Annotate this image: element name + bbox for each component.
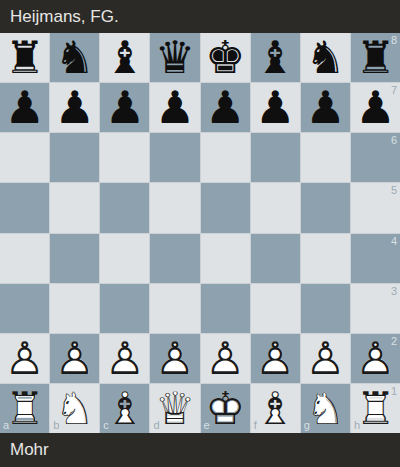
file-label-f: f [254, 420, 257, 431]
square-f3[interactable] [251, 284, 300, 333]
square-g6[interactable] [301, 133, 350, 182]
square-b4[interactable] [50, 234, 99, 283]
square-g3[interactable] [301, 284, 350, 333]
square-e1[interactable]: ♚♔e [201, 384, 250, 433]
bottom-player-name: Mohr [10, 440, 49, 460]
square-c5[interactable] [100, 183, 149, 232]
rank-label-7: 7 [391, 85, 397, 96]
piece-white-pawn[interactable]: ♟♙ [301, 334, 350, 383]
square-b8[interactable]: ♞ [50, 33, 99, 82]
square-h4[interactable]: 4 [351, 234, 400, 283]
square-e5[interactable] [201, 183, 250, 232]
square-a6[interactable] [0, 133, 49, 182]
square-e6[interactable] [201, 133, 250, 182]
square-c6[interactable] [100, 133, 149, 182]
square-e2[interactable]: ♟♙ [201, 334, 250, 383]
square-f4[interactable] [251, 234, 300, 283]
square-d5[interactable] [150, 183, 199, 232]
rank-label-3: 3 [391, 286, 397, 297]
white-piece-outline: ♙ [0, 334, 49, 383]
white-piece-outline: ♙ [50, 334, 99, 383]
square-c7[interactable]: ♟ [100, 83, 149, 132]
square-g4[interactable] [301, 234, 350, 283]
piece-white-pawn[interactable]: ♟♙ [251, 334, 300, 383]
piece-black-bishop[interactable]: ♝ [251, 33, 300, 82]
piece-black-rook[interactable]: ♜ [0, 33, 49, 82]
file-label-d: d [153, 420, 159, 431]
piece-white-pawn[interactable]: ♟♙ [150, 334, 199, 383]
square-a4[interactable] [0, 234, 49, 283]
square-g2[interactable]: ♟♙ [301, 334, 350, 383]
square-f8[interactable]: ♝ [251, 33, 300, 82]
white-piece-outline: ♙ [201, 334, 250, 383]
piece-black-bishop[interactable]: ♝ [100, 33, 149, 82]
square-f6[interactable] [251, 133, 300, 182]
file-label-b: b [53, 420, 59, 431]
piece-black-pawn[interactable]: ♟ [150, 83, 199, 132]
rank-label-2: 2 [391, 336, 397, 347]
square-d4[interactable] [150, 234, 199, 283]
top-player-name: Heijmans, FG. [10, 7, 119, 27]
rank-label-8: 8 [391, 35, 397, 46]
square-e7[interactable]: ♟ [201, 83, 250, 132]
square-c2[interactable]: ♟♙ [100, 334, 149, 383]
piece-black-queen[interactable]: ♛ [150, 33, 199, 82]
file-label-a: a [3, 420, 9, 431]
white-piece-outline: ♙ [150, 334, 199, 383]
piece-black-pawn[interactable]: ♟ [251, 83, 300, 132]
piece-white-bishop[interactable]: ♝♗ [251, 384, 300, 433]
bottom-player-bar: Mohr [0, 433, 400, 467]
square-c1[interactable]: ♝♗c [100, 384, 149, 433]
piece-black-king[interactable]: ♚ [201, 33, 250, 82]
top-player-bar: Heijmans, FG. [0, 0, 400, 33]
rank-label-5: 5 [391, 185, 397, 196]
square-g5[interactable] [301, 183, 350, 232]
square-d2[interactable]: ♟♙ [150, 334, 199, 383]
piece-white-pawn[interactable]: ♟♙ [100, 334, 149, 383]
square-c3[interactable] [100, 284, 149, 333]
square-c4[interactable] [100, 234, 149, 283]
white-piece-outline: ♗ [251, 384, 300, 433]
square-b3[interactable] [50, 284, 99, 333]
square-a1[interactable]: ♜♖a [0, 384, 49, 433]
square-h2[interactable]: ♟♙2 [351, 334, 400, 383]
chess-app: Heijmans, FG. ♜♞♝♛♚♝♞♜8♟♟♟♟♟♟♟♟76543♟♙♟♙… [0, 0, 400, 467]
square-f2[interactable]: ♟♙ [251, 334, 300, 383]
white-piece-outline: ♙ [251, 334, 300, 383]
square-d1[interactable]: ♛♕d [150, 384, 199, 433]
square-e4[interactable] [201, 234, 250, 283]
piece-black-knight[interactable]: ♞ [50, 33, 99, 82]
square-g1[interactable]: ♞♘g [301, 384, 350, 433]
square-b1[interactable]: ♞♘b [50, 384, 99, 433]
square-f7[interactable]: ♟ [251, 83, 300, 132]
piece-black-pawn[interactable]: ♟ [201, 83, 250, 132]
piece-black-pawn[interactable]: ♟ [100, 83, 149, 132]
square-b5[interactable] [50, 183, 99, 232]
square-e8[interactable]: ♚ [201, 33, 250, 82]
rank-label-1: 1 [391, 386, 397, 397]
square-h6[interactable]: 6 [351, 133, 400, 182]
rank-label-4: 4 [391, 236, 397, 247]
square-d8[interactable]: ♛ [150, 33, 199, 82]
piece-black-pawn[interactable]: ♟ [0, 83, 49, 132]
file-label-c: c [103, 420, 109, 431]
square-a2[interactable]: ♟♙ [0, 334, 49, 383]
piece-black-pawn[interactable]: ♟ [301, 83, 350, 132]
square-a5[interactable] [0, 183, 49, 232]
square-h5[interactable]: 5 [351, 183, 400, 232]
square-d6[interactable] [150, 133, 199, 182]
chess-board: ♜♞♝♛♚♝♞♜8♟♟♟♟♟♟♟♟76543♟♙♟♙♟♙♟♙♟♙♟♙♟♙♟♙2♜… [0, 33, 400, 433]
piece-white-pawn[interactable]: ♟♙ [201, 334, 250, 383]
square-h3[interactable]: 3 [351, 284, 400, 333]
piece-white-pawn[interactable]: ♟♙ [50, 334, 99, 383]
square-h1[interactable]: ♜♖1h [351, 384, 400, 433]
rank-label-6: 6 [391, 135, 397, 146]
file-label-g: g [304, 420, 310, 431]
square-f5[interactable] [251, 183, 300, 232]
piece-white-pawn[interactable]: ♟♙ [0, 334, 49, 383]
square-c8[interactable]: ♝ [100, 33, 149, 82]
file-label-h: h [354, 420, 360, 431]
piece-black-pawn[interactable]: ♟ [50, 83, 99, 132]
square-f1[interactable]: ♝♗f [251, 384, 300, 433]
square-a7[interactable]: ♟ [0, 83, 49, 132]
square-g7[interactable]: ♟ [301, 83, 350, 132]
white-piece-outline: ♙ [100, 334, 149, 383]
piece-black-knight[interactable]: ♞ [301, 33, 350, 82]
square-h8[interactable]: ♜8 [351, 33, 400, 82]
square-g8[interactable]: ♞ [301, 33, 350, 82]
white-piece-outline: ♙ [301, 334, 350, 383]
square-h7[interactable]: ♟7 [351, 83, 400, 132]
file-label-e: e [204, 420, 210, 431]
square-a3[interactable] [0, 284, 49, 333]
square-e3[interactable] [201, 284, 250, 333]
square-d7[interactable]: ♟ [150, 83, 199, 132]
square-b7[interactable]: ♟ [50, 83, 99, 132]
square-d3[interactable] [150, 284, 199, 333]
square-b2[interactable]: ♟♙ [50, 334, 99, 383]
square-a8[interactable]: ♜ [0, 33, 49, 82]
square-b6[interactable] [50, 133, 99, 182]
